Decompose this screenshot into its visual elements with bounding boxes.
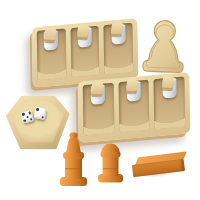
short-pawn-groove	[103, 168, 118, 169]
slot-scallop-wall	[71, 62, 100, 78]
die-pip	[36, 108, 39, 111]
tan-tab-piece	[91, 80, 104, 96]
slot-scallop-wall	[154, 114, 185, 130]
tray-slot	[83, 83, 114, 136]
tray-slot	[118, 80, 149, 133]
slot-scallop-wall	[119, 117, 150, 133]
slot-tray-2-well	[83, 76, 185, 135]
tall-pawn-piece	[57, 131, 90, 187]
die-pip	[23, 119, 26, 122]
tray-slot	[104, 23, 133, 75]
die-pip	[28, 112, 31, 115]
die-2	[34, 107, 47, 120]
components-photo	[0, 0, 200, 200]
short-pawn-dome	[102, 144, 120, 153]
die-pip	[29, 118, 32, 121]
tall-pawn-brim	[63, 152, 84, 159]
short-pawn-piece	[96, 138, 125, 183]
slot-tray-2	[78, 72, 191, 143]
tan-tab-piece	[126, 77, 139, 93]
tray-slot	[70, 26, 99, 78]
die-1	[21, 110, 34, 123]
tan-tab-piece	[111, 20, 124, 36]
tan-tab-piece	[44, 26, 57, 42]
flat-pawn-piece	[141, 18, 188, 77]
slot-scallop-wall	[37, 65, 66, 81]
tall-pawn-cone	[66, 136, 81, 153]
tall-pawn-knob	[70, 133, 78, 139]
die-pip	[26, 115, 29, 118]
die-pip	[41, 116, 44, 119]
tall-pawn-groove	[65, 168, 82, 169]
die-pip	[22, 113, 25, 116]
slot-tray-1-well	[37, 23, 133, 80]
short-pawn-body	[103, 155, 119, 176]
tray-slot	[37, 29, 66, 81]
tray-slot	[154, 76, 185, 129]
slot-scallop-wall	[104, 59, 133, 75]
flat-pawn-silhouette	[143, 19, 186, 73]
